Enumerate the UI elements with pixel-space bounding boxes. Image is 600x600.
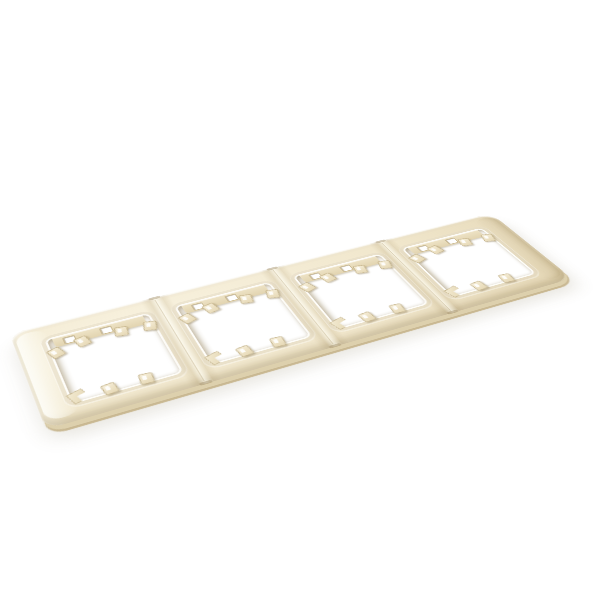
mounting-clip	[143, 321, 158, 331]
aperture-1	[47, 314, 182, 402]
clip-shelf	[181, 284, 270, 313]
mounting-clip	[238, 294, 254, 304]
aperture-opening	[47, 314, 182, 402]
mounting-clip	[65, 388, 90, 405]
mounting-clip	[46, 346, 67, 359]
mounting-clip	[480, 234, 496, 242]
mounting-clip	[265, 289, 280, 299]
aperture-opening	[295, 255, 427, 328]
mounting-clip	[298, 282, 317, 293]
aperture-opening	[176, 283, 310, 363]
mounting-clip	[235, 345, 255, 358]
mounting-clip	[443, 285, 465, 297]
edge-notch	[266, 266, 278, 270]
mounting-clip	[408, 254, 427, 264]
mounting-clip	[269, 336, 287, 348]
mounting-clip	[357, 311, 377, 323]
edge-notch	[199, 380, 213, 386]
mounting-clip	[469, 280, 488, 291]
aperture-opening	[403, 229, 534, 296]
mounting-clip	[497, 273, 515, 283]
clip-shelf	[407, 230, 484, 255]
clip-shelf	[299, 256, 382, 283]
product-photo-canvas	[0, 0, 600, 600]
clip-slot	[99, 326, 114, 335]
mounting-clip	[377, 260, 393, 269]
mounting-clip	[178, 313, 198, 325]
edge-notch	[328, 343, 341, 349]
edge-notch	[375, 239, 386, 243]
mounting-clip	[114, 326, 129, 337]
clip-shelf	[52, 316, 147, 348]
edge-notch	[148, 296, 161, 301]
clip-slot	[224, 294, 239, 302]
aperture-3	[295, 255, 427, 328]
mounting-clip	[329, 316, 352, 330]
switch-frame-plate	[10, 213, 573, 429]
frame-perspective-wrapper	[10, 213, 573, 429]
mounting-clip	[204, 351, 228, 366]
aperture-2	[176, 283, 310, 363]
mounting-clip	[138, 372, 156, 385]
aperture-4	[403, 229, 534, 296]
mounting-clip	[388, 303, 406, 314]
edge-notch	[446, 309, 459, 314]
mounting-clip	[100, 382, 120, 396]
clip-slot	[339, 264, 354, 272]
